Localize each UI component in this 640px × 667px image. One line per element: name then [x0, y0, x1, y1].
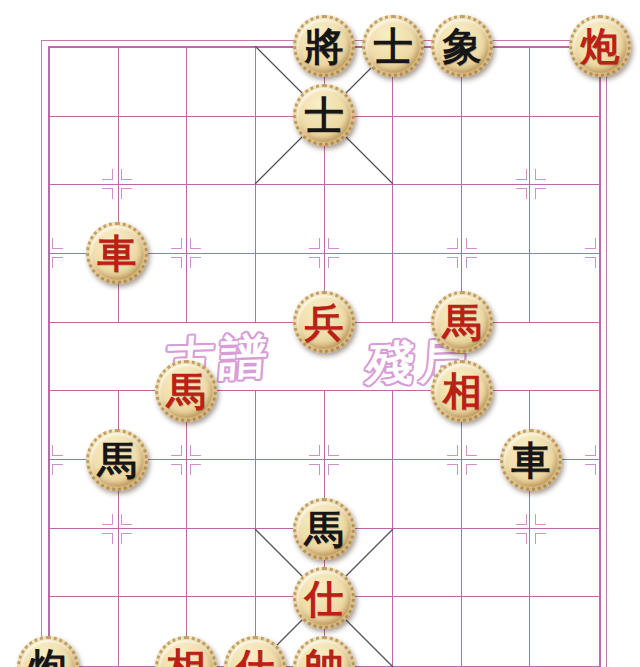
board-cell	[119, 117, 188, 186]
board-cell	[187, 48, 256, 117]
board-cell	[187, 185, 256, 254]
piece-glyph: 帥	[293, 636, 355, 667]
board-cell	[50, 117, 119, 186]
piece-red-horse[interactable]: 馬	[155, 360, 217, 422]
piece-black-advisor[interactable]: 士	[293, 84, 355, 146]
piece-glyph: 相	[155, 636, 217, 667]
piece-glyph: 馬	[86, 429, 148, 491]
board-cell	[393, 597, 462, 666]
board-cell	[50, 323, 119, 392]
board-cell	[462, 185, 531, 254]
piece-black-advisor[interactable]: 士	[362, 15, 424, 77]
piece-red-elephant[interactable]: 相	[431, 360, 493, 422]
board-cell	[530, 597, 599, 666]
piece-red-horse[interactable]: 馬	[431, 291, 493, 353]
board-cell	[530, 117, 599, 186]
piece-black-chariot[interactable]: 車	[500, 429, 562, 491]
piece-glyph: 仕	[293, 567, 355, 629]
board-cell	[187, 117, 256, 186]
board-cell	[530, 254, 599, 323]
piece-glyph: 士	[362, 15, 424, 77]
piece-red-king[interactable]: 帥	[293, 636, 355, 667]
board-cell	[50, 529, 119, 598]
piece-glyph: 馬	[155, 360, 217, 422]
board-cell	[256, 391, 325, 460]
board-cell	[325, 185, 394, 254]
board-cell	[530, 185, 599, 254]
piece-red-advisor[interactable]: 仕	[224, 636, 286, 667]
piece-black-general[interactable]: 將	[293, 15, 355, 77]
board-cell	[187, 529, 256, 598]
piece-red-soldier[interactable]: 兵	[293, 291, 355, 353]
board-cell	[119, 529, 188, 598]
piece-glyph: 車	[86, 222, 148, 284]
piece-glyph: 象	[431, 15, 493, 77]
board-cell	[462, 117, 531, 186]
piece-black-horse[interactable]: 馬	[293, 498, 355, 560]
piece-red-cannon[interactable]: 炮	[569, 15, 631, 77]
xiangqi-board: 古譜 殘局 將士象炮士車兵馬馬相馬車馬仕炮相仕帥	[0, 0, 640, 667]
board-cell	[462, 597, 531, 666]
board-cell	[119, 48, 188, 117]
piece-glyph: 相	[431, 360, 493, 422]
piece-black-cannon[interactable]: 炮	[17, 636, 79, 667]
piece-glyph: 馬	[293, 498, 355, 560]
piece-glyph: 士	[293, 84, 355, 146]
piece-black-elephant[interactable]: 象	[431, 15, 493, 77]
board-cell	[50, 48, 119, 117]
board-cell	[393, 460, 462, 529]
piece-glyph: 車	[500, 429, 562, 491]
piece-red-elephant[interactable]: 相	[155, 636, 217, 667]
piece-red-chariot[interactable]: 車	[86, 222, 148, 284]
board-cell	[393, 185, 462, 254]
piece-glyph: 兵	[293, 291, 355, 353]
board-cell	[325, 391, 394, 460]
piece-red-advisor[interactable]: 仕	[293, 567, 355, 629]
board-cell	[530, 529, 599, 598]
piece-black-horse[interactable]: 馬	[86, 429, 148, 491]
piece-glyph: 炮	[17, 636, 79, 667]
piece-glyph: 仕	[224, 636, 286, 667]
board-cell	[393, 117, 462, 186]
board-cell	[462, 529, 531, 598]
board-cell	[530, 323, 599, 392]
board-cell	[256, 185, 325, 254]
board-cell	[187, 460, 256, 529]
board-cell	[393, 529, 462, 598]
board-cell	[187, 254, 256, 323]
piece-glyph: 馬	[431, 291, 493, 353]
piece-glyph: 將	[293, 15, 355, 77]
piece-glyph: 炮	[569, 15, 631, 77]
